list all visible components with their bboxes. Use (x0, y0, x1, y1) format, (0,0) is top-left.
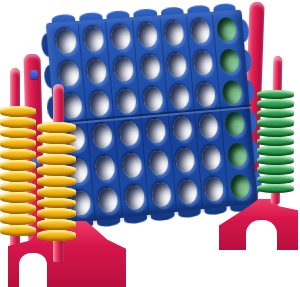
empty-hole (151, 181, 172, 207)
board-cell-r5c4 (143, 146, 172, 180)
yellow-disc (0, 128, 36, 139)
empty-hole (137, 22, 158, 48)
empty-hole (83, 26, 105, 52)
yellow-disc (0, 203, 36, 214)
empty-hole (94, 155, 116, 181)
board-cell-r1c1 (50, 24, 81, 58)
board-cell-r3c4 (138, 82, 167, 116)
green-disc (257, 137, 294, 146)
green-disc-stack (257, 90, 294, 193)
yellow-disc-stack-rear (0, 106, 36, 236)
yellow-disc (37, 230, 76, 241)
board-cell-r1c3 (105, 20, 135, 54)
empty-hole (216, 17, 237, 42)
board-cell-r6c3 (119, 180, 149, 215)
green-disc (257, 99, 294, 108)
board-cell-r3c7 (217, 76, 246, 110)
yellow-disc (0, 192, 36, 203)
empty-hole (177, 179, 198, 205)
board-cell-r3c5 (165, 80, 194, 114)
board-cell-r1c7 (212, 13, 241, 46)
connect-four-board (46, 10, 258, 225)
board-cell-r5c2 (89, 151, 119, 186)
empty-hole (193, 50, 214, 75)
empty-hole (97, 187, 119, 213)
yellow-disc (37, 144, 76, 155)
board-cell-r5c6 (196, 141, 225, 175)
board-cell-r1c4 (132, 18, 162, 52)
board-cell-r4c3 (114, 116, 144, 151)
yellow-disc (0, 182, 36, 193)
yellow-disc (37, 219, 76, 230)
empty-hole (204, 176, 225, 202)
empty-hole (148, 150, 169, 176)
empty-hole (224, 111, 244, 137)
empty-hole (172, 116, 193, 142)
empty-hole (164, 20, 185, 46)
green-disc (257, 165, 294, 174)
yellow-disc (0, 171, 36, 182)
connector-peg-icon (30, 70, 38, 79)
yellow-disc (0, 214, 36, 225)
yellow-disc (0, 117, 36, 128)
board-cell-r2c7 (215, 44, 244, 77)
yellow-disc-stack-front (37, 122, 76, 241)
board-cell-r4c6 (194, 109, 223, 143)
yellow-disc (0, 225, 36, 236)
empty-hole (121, 152, 142, 178)
empty-hole (169, 84, 190, 110)
empty-hole (54, 28, 77, 54)
board-cell-r1c2 (78, 22, 108, 56)
board-cell-r3c6 (191, 78, 220, 112)
empty-hole (196, 82, 217, 108)
empty-hole (201, 145, 222, 171)
board-cell-r3c2 (84, 86, 114, 121)
empty-hole (145, 118, 166, 144)
empty-hole (124, 184, 145, 210)
empty-hole (222, 80, 242, 105)
empty-hole (198, 113, 219, 139)
board-cell-r4c2 (86, 119, 116, 154)
green-disc (257, 128, 294, 137)
board-cell-r4c5 (167, 111, 196, 145)
board-cell-r6c4 (146, 177, 175, 212)
board-cell-r6c7 (225, 169, 253, 203)
empty-hole (88, 91, 110, 117)
empty-hole (116, 88, 137, 114)
yellow-disc (0, 160, 36, 171)
yellow-disc (37, 187, 76, 198)
green-disc (257, 109, 294, 118)
board-cell-r4c4 (141, 114, 170, 148)
green-disc (257, 156, 294, 165)
empty-hole (190, 19, 211, 44)
empty-hole (166, 52, 187, 78)
board-cell-r2c3 (108, 52, 138, 86)
board-cell-r4c7 (220, 107, 249, 141)
yellow-disc (0, 149, 36, 160)
empty-hole (140, 54, 161, 80)
green-disc (257, 118, 294, 127)
board-cell-r1c5 (159, 16, 188, 50)
green-disc (257, 146, 294, 155)
yellow-disc (37, 165, 76, 176)
green-disc (257, 90, 294, 99)
board-cell-r3c3 (111, 84, 141, 118)
board-cell-r5c5 (170, 143, 199, 177)
yellow-disc (0, 138, 36, 149)
yellow-disc (37, 122, 76, 133)
yellow-disc (37, 133, 76, 144)
board-cell-r2c4 (135, 50, 165, 84)
empty-hole (85, 58, 107, 84)
board-cell-r2c2 (81, 54, 111, 88)
empty-hole (143, 86, 164, 112)
yellow-disc (37, 208, 76, 219)
board-cell-r6c5 (173, 175, 202, 209)
green-disc (257, 175, 294, 184)
empty-hole (110, 24, 131, 50)
board-cell-r6c2 (92, 183, 122, 218)
empty-hole (57, 60, 80, 86)
green-disc (257, 184, 294, 193)
board-cell-r2c5 (162, 48, 191, 82)
board-cell-r1c6 (186, 15, 215, 49)
empty-hole (227, 142, 247, 168)
empty-hole (219, 48, 240, 73)
board-cell-r5c7 (223, 138, 252, 172)
empty-hole (113, 56, 134, 82)
empty-hole (118, 120, 139, 146)
connect-four-product-photo (0, 0, 300, 287)
yellow-disc (37, 154, 76, 165)
yellow-disc (37, 176, 76, 187)
yellow-disc (37, 198, 76, 209)
board-cell-r5c3 (116, 148, 146, 183)
board-cell-r2c6 (188, 46, 217, 80)
empty-hole (230, 173, 250, 199)
empty-hole (91, 123, 113, 149)
yellow-disc (0, 106, 36, 117)
empty-hole (175, 147, 196, 173)
board-cell-r6c6 (199, 172, 228, 206)
